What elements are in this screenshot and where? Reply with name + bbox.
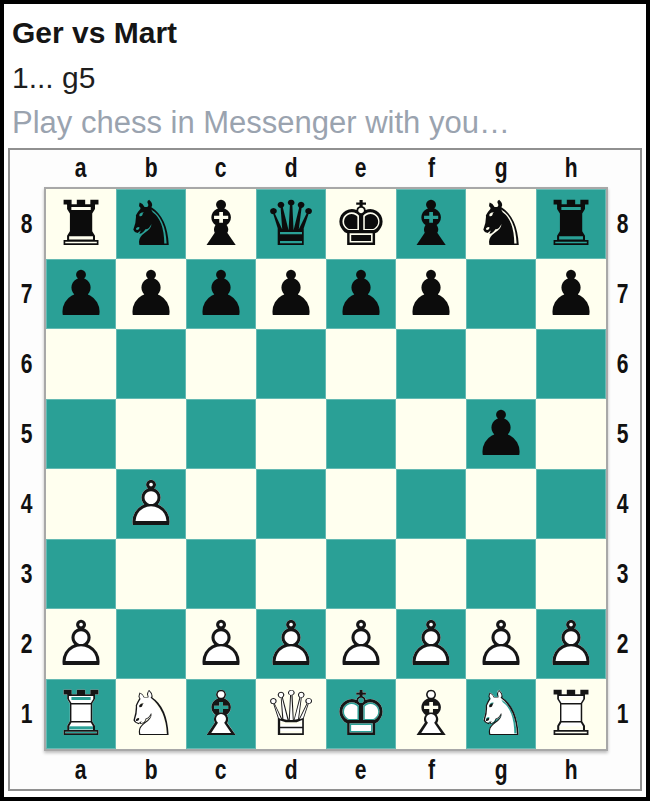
white-knight-outline: ♘ — [466, 679, 536, 749]
square-a3[interactable] — [46, 539, 116, 609]
rank-label-7-text: 7 — [21, 281, 33, 308]
file-label-h-text: h — [565, 757, 578, 784]
black-rook: ♜ — [46, 189, 116, 259]
rank-label-1: 1 — [615, 701, 630, 728]
white-rook-outline: ♖ — [46, 679, 116, 749]
black-bishop-glyph: ♝ — [186, 189, 256, 259]
white-king: ♚♔ — [326, 679, 396, 749]
file-label-d: d — [256, 757, 326, 784]
file-label-g-text: g — [495, 155, 508, 182]
black-pawn: ♟ — [256, 259, 326, 329]
white-knight: ♞♘ — [116, 679, 186, 749]
square-f2[interactable]: ♟♙ — [396, 609, 466, 679]
black-pawn: ♟ — [536, 259, 606, 329]
file-label-c: c — [186, 757, 256, 784]
file-label-c: c — [186, 155, 256, 182]
white-rook-outline: ♖ — [536, 679, 606, 749]
square-f5[interactable] — [396, 399, 466, 469]
square-e2[interactable]: ♟♙ — [326, 609, 396, 679]
rank-label-4-text: 4 — [617, 491, 629, 518]
black-queen: ♛ — [256, 189, 326, 259]
file-label-h-text: h — [565, 155, 578, 182]
file-label-h: h — [536, 757, 606, 784]
rank-label-8-text: 8 — [617, 211, 629, 238]
square-b5[interactable] — [116, 399, 186, 469]
rank-label-5-text: 5 — [617, 421, 629, 448]
black-king-glyph: ♚ — [326, 189, 396, 259]
rank-label-4: 4 — [615, 491, 630, 518]
file-label-a-text: a — [75, 757, 87, 784]
file-label-d: d — [256, 155, 326, 182]
black-pawn-glyph: ♟ — [186, 259, 256, 329]
square-d6[interactable] — [256, 329, 326, 399]
square-h4[interactable] — [536, 469, 606, 539]
file-label-b: b — [116, 155, 186, 182]
square-a2[interactable]: ♟♙ — [46, 609, 116, 679]
square-g2[interactable]: ♟♙ — [466, 609, 536, 679]
black-pawn: ♟ — [116, 259, 186, 329]
black-knight-glyph: ♞ — [466, 189, 536, 259]
file-label-g: g — [466, 757, 536, 784]
square-f1[interactable]: ♝♗ — [396, 679, 466, 749]
rank-label-5: 5 — [19, 421, 34, 448]
square-f6[interactable] — [396, 329, 466, 399]
file-labels-bottom: abcdefgh — [10, 751, 640, 789]
square-g8[interactable]: ♞ — [466, 189, 536, 259]
black-rook: ♜ — [536, 189, 606, 259]
file-label-g-text: g — [495, 757, 508, 784]
chess-board: ♜♞♝♛♚♝♞♜♟♟♟♟♟♟♟♟♟♙♟♙♟♙♟♙♟♙♟♙♟♙♟♙♜♖♞♘♝♗♛♕… — [44, 187, 608, 751]
square-c7[interactable]: ♟ — [186, 259, 256, 329]
square-d3[interactable] — [256, 539, 326, 609]
black-pawn: ♟ — [46, 259, 116, 329]
rank-label-8: 8 — [615, 211, 630, 238]
file-label-g: g — [466, 155, 536, 182]
black-knight-glyph: ♞ — [116, 189, 186, 259]
square-a8[interactable]: ♜ — [46, 189, 116, 259]
square-e1[interactable]: ♚♔ — [326, 679, 396, 749]
square-c6[interactable] — [186, 329, 256, 399]
square-b8[interactable]: ♞ — [116, 189, 186, 259]
black-pawn: ♟ — [396, 259, 466, 329]
black-knight: ♞ — [466, 189, 536, 259]
square-c4[interactable] — [186, 469, 256, 539]
square-f8[interactable]: ♝ — [396, 189, 466, 259]
white-rook: ♜♖ — [536, 679, 606, 749]
chess-board-panel: abcdefgh 87654321 ♜♞♝♛♚♝♞♜♟♟♟♟♟♟♟♟♟♙♟♙♟♙… — [8, 148, 642, 791]
square-g1[interactable]: ♞♘ — [466, 679, 536, 749]
rank-label-1: 1 — [19, 701, 34, 728]
black-pawn-glyph: ♟ — [116, 259, 186, 329]
square-e5[interactable] — [326, 399, 396, 469]
file-label-a-text: a — [75, 155, 87, 182]
square-h7[interactable]: ♟ — [536, 259, 606, 329]
file-label-e-text: e — [355, 155, 367, 182]
white-king-outline: ♔ — [326, 679, 396, 749]
black-knight: ♞ — [116, 189, 186, 259]
rank-label-2: 2 — [615, 631, 630, 658]
square-e7[interactable]: ♟ — [326, 259, 396, 329]
file-label-e-text: e — [355, 757, 367, 784]
square-g4[interactable] — [466, 469, 536, 539]
file-label-d-text: d — [285, 757, 298, 784]
white-pawn: ♟♙ — [536, 609, 606, 679]
square-c1[interactable]: ♝♗ — [186, 679, 256, 749]
file-label-h: h — [536, 155, 606, 182]
file-label-f-text: f — [427, 155, 434, 182]
black-pawn: ♟ — [326, 259, 396, 329]
rank-label-8: 8 — [19, 211, 34, 238]
square-a1[interactable]: ♜♖ — [46, 679, 116, 749]
rank-label-2: 2 — [19, 631, 34, 658]
black-bishop-glyph: ♝ — [396, 189, 466, 259]
square-e8[interactable]: ♚ — [326, 189, 396, 259]
messenger-chess-card: Ger vs Mart 1... g5 Play chess in Messen… — [4, 4, 646, 791]
white-pawn: ♟♙ — [256, 609, 326, 679]
white-pawn-outline: ♙ — [466, 609, 536, 679]
black-pawn-glyph: ♟ — [466, 399, 536, 469]
square-d8[interactable]: ♛ — [256, 189, 326, 259]
white-queen: ♛♕ — [256, 679, 326, 749]
square-d2[interactable]: ♟♙ — [256, 609, 326, 679]
square-a7[interactable]: ♟ — [46, 259, 116, 329]
white-pawn-outline: ♙ — [536, 609, 606, 679]
file-label-f: f — [396, 155, 466, 182]
file-label-d-text: d — [285, 155, 298, 182]
square-f4[interactable] — [396, 469, 466, 539]
square-f7[interactable]: ♟ — [396, 259, 466, 329]
board-middle-band: 87654321 ♜♞♝♛♚♝♞♜♟♟♟♟♟♟♟♟♟♙♟♙♟♙♟♙♟♙♟♙♟♙♟… — [10, 187, 640, 751]
rank-label-4-text: 4 — [21, 491, 33, 518]
last-move-text: 1... g5 — [12, 55, 636, 100]
rank-label-5-text: 5 — [21, 421, 33, 448]
square-b1[interactable]: ♞♘ — [116, 679, 186, 749]
rank-label-1-text: 1 — [21, 701, 33, 728]
square-d1[interactable]: ♛♕ — [256, 679, 326, 749]
black-bishop: ♝ — [186, 189, 256, 259]
rank-labels-left: 87654321 — [10, 187, 44, 751]
black-pawn-glyph: ♟ — [256, 259, 326, 329]
file-label-e: e — [326, 757, 396, 784]
white-pawn-outline: ♙ — [186, 609, 256, 679]
square-c8[interactable]: ♝ — [186, 189, 256, 259]
file-label-e: e — [326, 155, 396, 182]
square-e6[interactable] — [326, 329, 396, 399]
black-pawn: ♟ — [466, 399, 536, 469]
white-knight-outline: ♘ — [116, 679, 186, 749]
rank-label-7: 7 — [19, 281, 34, 308]
square-c2[interactable]: ♟♙ — [186, 609, 256, 679]
square-e3[interactable] — [326, 539, 396, 609]
square-g7[interactable] — [466, 259, 536, 329]
square-b3[interactable] — [116, 539, 186, 609]
black-pawn-glyph: ♟ — [396, 259, 466, 329]
file-label-b-text: b — [145, 155, 158, 182]
rank-label-2-text: 2 — [617, 631, 629, 658]
white-pawn-outline: ♙ — [46, 609, 116, 679]
game-title: Ger vs Mart — [12, 11, 636, 55]
card-header: Ger vs Mart 1... g5 Play chess in Messen… — [4, 4, 646, 145]
rank-label-5: 5 — [615, 421, 630, 448]
file-label-a: a — [46, 757, 116, 784]
square-c3[interactable] — [186, 539, 256, 609]
rank-label-2-text: 2 — [21, 631, 33, 658]
rank-label-7: 7 — [615, 281, 630, 308]
white-pawn: ♟♙ — [46, 609, 116, 679]
file-label-c-text: c — [215, 757, 227, 784]
white-pawn-outline: ♙ — [116, 469, 186, 539]
square-b4[interactable]: ♟♙ — [116, 469, 186, 539]
white-pawn: ♟♙ — [326, 609, 396, 679]
file-label-a: a — [46, 155, 116, 182]
black-pawn-glyph: ♟ — [46, 259, 116, 329]
rank-label-3: 3 — [615, 561, 630, 588]
white-bishop-outline: ♗ — [396, 679, 466, 749]
black-king: ♚ — [326, 189, 396, 259]
square-d5[interactable] — [256, 399, 326, 469]
square-h8[interactable]: ♜ — [536, 189, 606, 259]
file-label-c-text: c — [215, 155, 227, 182]
white-knight: ♞♘ — [466, 679, 536, 749]
white-pawn: ♟♙ — [396, 609, 466, 679]
square-h6[interactable] — [536, 329, 606, 399]
rank-labels-right: 87654321 — [608, 187, 638, 751]
square-f3[interactable] — [396, 539, 466, 609]
rank-label-1-text: 1 — [617, 701, 629, 728]
square-g5[interactable]: ♟ — [466, 399, 536, 469]
file-label-f: f — [396, 757, 466, 784]
square-h2[interactable]: ♟♙ — [536, 609, 606, 679]
file-label-f-text: f — [427, 757, 434, 784]
rank-label-6: 6 — [615, 351, 630, 378]
square-b2[interactable] — [116, 609, 186, 679]
square-b7[interactable]: ♟ — [116, 259, 186, 329]
black-rook-glyph: ♜ — [46, 189, 116, 259]
white-bishop: ♝♗ — [186, 679, 256, 749]
black-queen-glyph: ♛ — [256, 189, 326, 259]
rank-label-7-text: 7 — [617, 281, 629, 308]
white-rook: ♜♖ — [46, 679, 116, 749]
black-pawn: ♟ — [186, 259, 256, 329]
square-h5[interactable] — [536, 399, 606, 469]
square-d4[interactable] — [256, 469, 326, 539]
white-pawn: ♟♙ — [186, 609, 256, 679]
white-bishop-outline: ♗ — [186, 679, 256, 749]
square-a4[interactable] — [46, 469, 116, 539]
square-c5[interactable] — [186, 399, 256, 469]
file-label-b: b — [116, 757, 186, 784]
card-subtitle-link[interactable]: Play chess in Messenger with you… — [12, 100, 636, 145]
square-a6[interactable] — [46, 329, 116, 399]
file-labels-top: abcdefgh — [10, 150, 640, 187]
square-a5[interactable] — [46, 399, 116, 469]
white-pawn-outline: ♙ — [256, 609, 326, 679]
rank-label-8-text: 8 — [21, 211, 33, 238]
square-h1[interactable]: ♜♖ — [536, 679, 606, 749]
white-pawn: ♟♙ — [116, 469, 186, 539]
square-b6[interactable] — [116, 329, 186, 399]
file-label-b-text: b — [145, 757, 158, 784]
rank-label-6: 6 — [19, 351, 34, 378]
white-pawn: ♟♙ — [466, 609, 536, 679]
black-rook-glyph: ♜ — [536, 189, 606, 259]
square-e4[interactable] — [326, 469, 396, 539]
black-bishop: ♝ — [396, 189, 466, 259]
rank-label-3: 3 — [19, 561, 34, 588]
square-d7[interactable]: ♟ — [256, 259, 326, 329]
rank-label-6-text: 6 — [617, 351, 629, 378]
rank-label-3-text: 3 — [617, 561, 629, 588]
white-pawn-outline: ♙ — [326, 609, 396, 679]
black-pawn-glyph: ♟ — [536, 259, 606, 329]
rank-label-4: 4 — [19, 491, 34, 518]
square-g3[interactable] — [466, 539, 536, 609]
rank-label-3-text: 3 — [21, 561, 33, 588]
rank-label-6-text: 6 — [21, 351, 33, 378]
white-pawn-outline: ♙ — [396, 609, 466, 679]
white-queen-outline: ♕ — [256, 679, 326, 749]
square-h3[interactable] — [536, 539, 606, 609]
square-g6[interactable] — [466, 329, 536, 399]
white-bishop: ♝♗ — [396, 679, 466, 749]
black-pawn-glyph: ♟ — [326, 259, 396, 329]
